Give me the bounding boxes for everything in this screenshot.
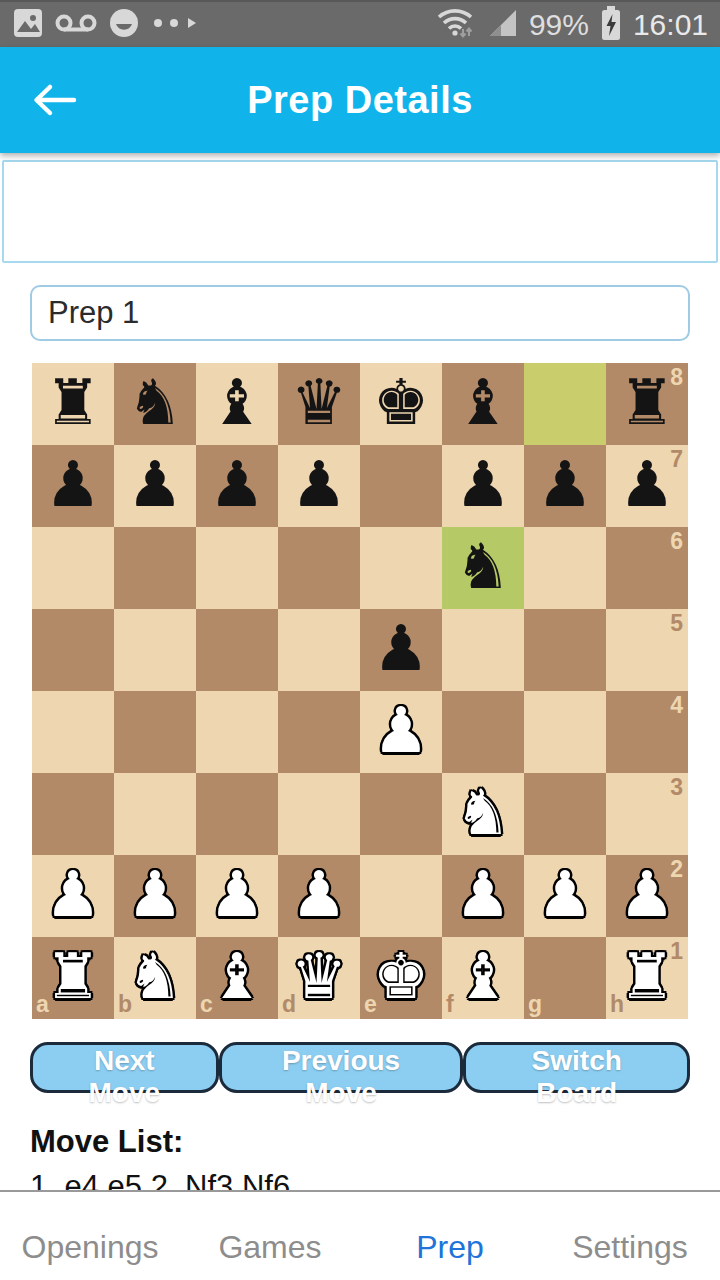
piece-black-king: ♚ (360, 363, 442, 445)
square-g7[interactable]: ♟ (524, 445, 606, 527)
next-move-button[interactable]: Next Move (30, 1042, 219, 1093)
prep-name-input[interactable] (30, 285, 690, 341)
file-label-h: h (610, 993, 624, 1016)
square-b1[interactable]: ♞b (114, 937, 196, 1019)
square-c1[interactable]: ♝c (196, 937, 278, 1019)
square-h6[interactable]: 6 (606, 527, 688, 609)
square-e4[interactable]: ♟ (360, 691, 442, 773)
square-f2[interactable]: ♟ (442, 855, 524, 937)
piece-black-pawn: ♟ (278, 445, 360, 527)
signal-icon (488, 8, 518, 42)
piece-black-pawn: ♟ (196, 445, 278, 527)
file-label-f: f (446, 993, 454, 1016)
square-c8[interactable]: ♝ (196, 363, 278, 445)
square-b3[interactable] (114, 773, 196, 855)
move-list-title: Move List: (30, 1124, 690, 1160)
square-e8[interactable]: ♚ (360, 363, 442, 445)
piece-white-pawn: ♟ (32, 855, 114, 937)
square-b8[interactable]: ♞ (114, 363, 196, 445)
rank-label-5: 5 (670, 612, 683, 635)
app-header: Prep Details (0, 47, 720, 153)
square-g4[interactable] (524, 691, 606, 773)
rank-label-6: 6 (670, 530, 683, 553)
square-f6[interactable]: ♞ (442, 527, 524, 609)
rank-label-4: 4 (670, 694, 683, 717)
move-list-section: Move List: 1. e4 e5 2. Nf3 Nf6 (30, 1124, 690, 1190)
rank-label-8: 8 (670, 366, 683, 389)
square-g8[interactable] (524, 363, 606, 445)
square-d6[interactable] (278, 527, 360, 609)
rank-label-3: 3 (670, 776, 683, 799)
square-c2[interactable]: ♟ (196, 855, 278, 937)
square-e7[interactable] (360, 445, 442, 527)
square-b7[interactable]: ♟ (114, 445, 196, 527)
piece-black-pawn: ♟ (442, 445, 524, 527)
file-label-d: d (282, 993, 296, 1016)
square-d2[interactable]: ♟ (278, 855, 360, 937)
chess-board[interactable]: ♜♞♝♛♚♝♜8♟♟♟♟♟♟♟7♞6♟5♟4♞3♟♟♟♟♟♟♟2♜a♞b♝c♛d… (32, 363, 688, 1019)
square-d1[interactable]: ♛d (278, 937, 360, 1019)
square-g1[interactable]: g (524, 937, 606, 1019)
square-f5[interactable] (442, 609, 524, 691)
file-label-a: a (36, 993, 49, 1016)
square-e6[interactable] (360, 527, 442, 609)
tab-prep[interactable]: Prep (360, 1229, 540, 1266)
square-a8[interactable]: ♜ (32, 363, 114, 445)
battery-percent: 99% (529, 8, 589, 42)
file-label-g: g (528, 993, 542, 1016)
square-a7[interactable]: ♟ (32, 445, 114, 527)
status-bar: 99% 16:01 (0, 0, 720, 47)
square-b6[interactable] (114, 527, 196, 609)
square-h3[interactable]: 3 (606, 773, 688, 855)
square-h2[interactable]: ♟2 (606, 855, 688, 937)
piece-white-pawn: ♟ (196, 855, 278, 937)
rank-label-7: 7 (670, 448, 683, 471)
square-c4[interactable] (196, 691, 278, 773)
square-f3[interactable]: ♞ (442, 773, 524, 855)
previous-move-button[interactable]: Previous Move (219, 1042, 464, 1093)
piece-black-bishop: ♝ (442, 363, 524, 445)
wifi-icon (437, 7, 477, 43)
switch-board-button[interactable]: Switch Board (463, 1042, 690, 1093)
gallery-icon (12, 7, 44, 43)
square-h5[interactable]: 5 (606, 609, 688, 691)
square-f7[interactable]: ♟ (442, 445, 524, 527)
square-c6[interactable] (196, 527, 278, 609)
square-h7[interactable]: ♟7 (606, 445, 688, 527)
piece-white-bishop: ♝ (442, 937, 524, 1019)
piece-black-knight: ♞ (442, 527, 524, 609)
square-a5[interactable] (32, 609, 114, 691)
move-list-moves: 1. e4 e5 2. Nf3 Nf6 (30, 1169, 690, 1190)
rank-label-1: 1 (670, 940, 683, 963)
square-h4[interactable]: 4 (606, 691, 688, 773)
piece-black-pawn: ♟ (524, 445, 606, 527)
piece-white-knight: ♞ (442, 773, 524, 855)
square-a2[interactable]: ♟ (32, 855, 114, 937)
piece-black-pawn: ♟ (32, 445, 114, 527)
square-g6[interactable] (524, 527, 606, 609)
square-a3[interactable] (32, 773, 114, 855)
piece-white-pawn: ♟ (114, 855, 196, 937)
square-d5[interactable] (278, 609, 360, 691)
square-f8[interactable]: ♝ (442, 363, 524, 445)
clock-time: 16:01 (633, 8, 708, 42)
square-g3[interactable] (524, 773, 606, 855)
square-b4[interactable] (114, 691, 196, 773)
piece-black-rook: ♜ (32, 363, 114, 445)
page-title: Prep Details (0, 79, 720, 122)
square-e1[interactable]: ♚e (360, 937, 442, 1019)
tab-settings[interactable]: Settings (540, 1229, 720, 1266)
battery-charging-icon (600, 5, 622, 45)
square-e5[interactable]: ♟ (360, 609, 442, 691)
square-d3[interactable] (278, 773, 360, 855)
square-d4[interactable] (278, 691, 360, 773)
square-c5[interactable] (196, 609, 278, 691)
square-e2[interactable] (360, 855, 442, 937)
piece-black-knight: ♞ (114, 363, 196, 445)
tab-openings[interactable]: Openings (0, 1229, 180, 1266)
square-a1[interactable]: ♜a (32, 937, 114, 1019)
piece-white-pawn: ♟ (524, 855, 606, 937)
square-g2[interactable]: ♟ (524, 855, 606, 937)
square-g5[interactable] (524, 609, 606, 691)
square-f4[interactable] (442, 691, 524, 773)
piece-white-pawn: ♟ (360, 691, 442, 773)
prep-description-box[interactable] (2, 160, 718, 263)
square-a6[interactable] (32, 527, 114, 609)
face-icon (108, 7, 140, 43)
piece-black-bishop: ♝ (196, 363, 278, 445)
square-b5[interactable] (114, 609, 196, 691)
file-label-e: e (364, 993, 377, 1016)
file-label-b: b (118, 993, 132, 1016)
square-b2[interactable]: ♟ (114, 855, 196, 937)
voicemail-icon (55, 11, 97, 39)
piece-white-pawn: ♟ (442, 855, 524, 937)
square-d8[interactable]: ♛ (278, 363, 360, 445)
piece-black-queen: ♛ (278, 363, 360, 445)
square-h8[interactable]: ♜8 (606, 363, 688, 445)
square-h1[interactable]: ♜1h (606, 937, 688, 1019)
square-d7[interactable]: ♟ (278, 445, 360, 527)
tab-games[interactable]: Games (180, 1229, 360, 1266)
bottom-nav: Openings Games Prep Settings (0, 1192, 720, 1280)
square-f1[interactable]: ♝f (442, 937, 524, 1019)
board-controls: Next Move Previous Move Switch Board (0, 1042, 720, 1093)
piece-white-pawn: ♟ (278, 855, 360, 937)
piece-black-pawn: ♟ (360, 609, 442, 691)
square-e3[interactable] (360, 773, 442, 855)
file-label-c: c (200, 993, 213, 1016)
square-c3[interactable] (196, 773, 278, 855)
rank-label-2: 2 (670, 858, 683, 881)
more-dots-icon (151, 16, 203, 34)
square-c7[interactable]: ♟ (196, 445, 278, 527)
piece-black-pawn: ♟ (114, 445, 196, 527)
square-a4[interactable] (32, 691, 114, 773)
